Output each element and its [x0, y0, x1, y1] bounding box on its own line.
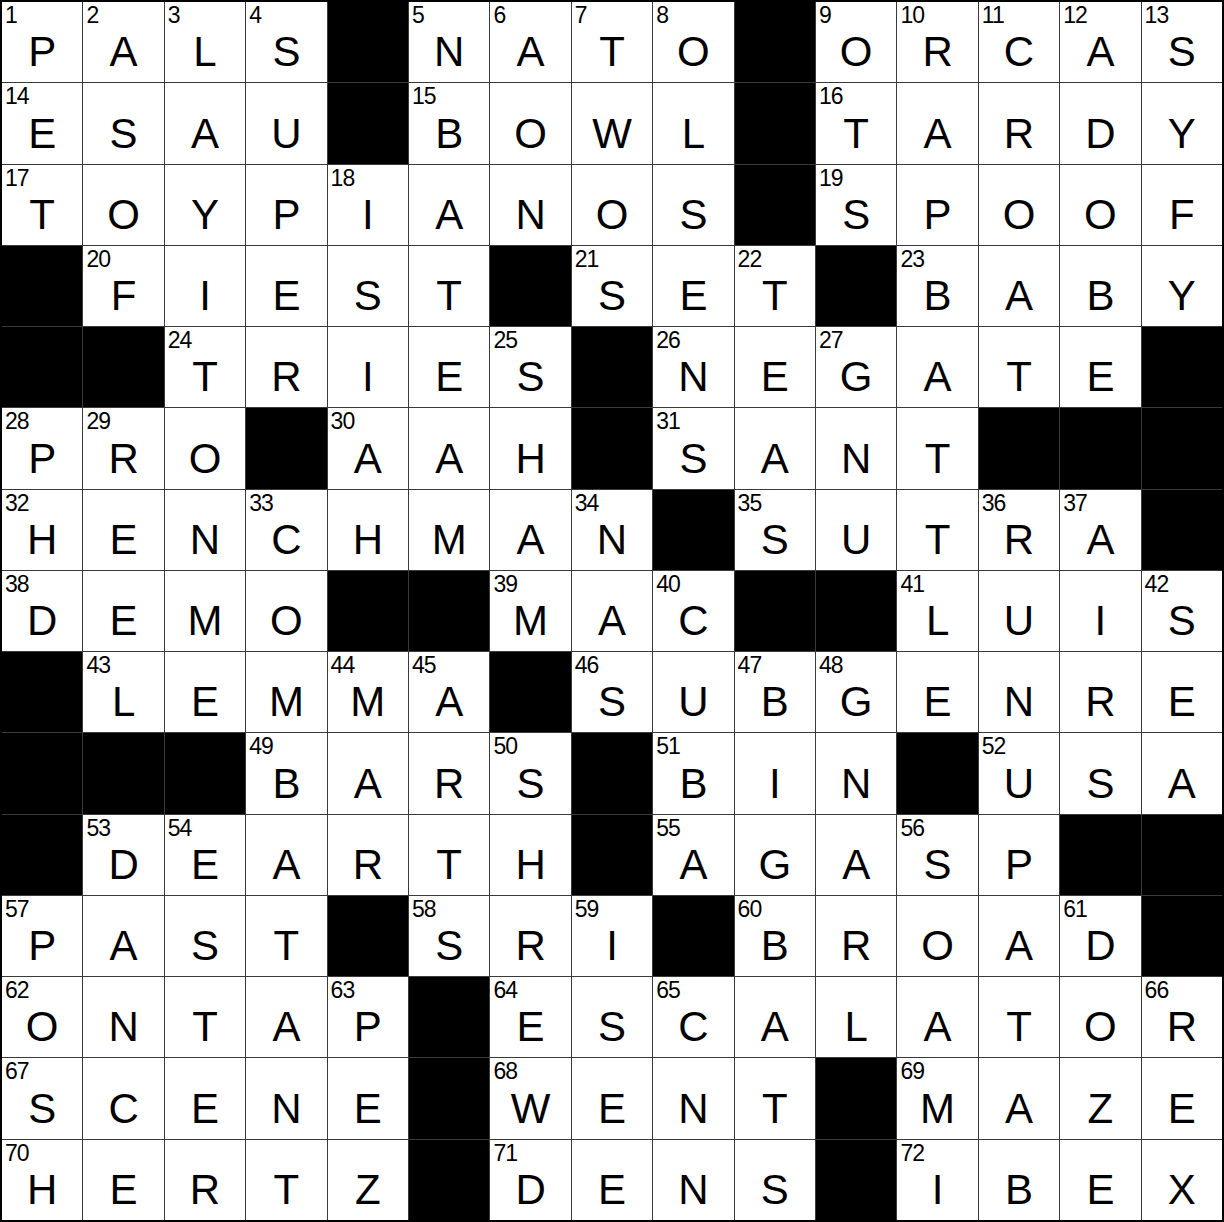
cell-r8c13[interactable]: U: [979, 571, 1059, 651]
cell-r4c4[interactable]: E: [246, 246, 326, 326]
cell-r7c5[interactable]: H: [328, 490, 408, 570]
cell-r13c11[interactable]: L: [816, 977, 896, 1057]
cell-r6c12[interactable]: T: [897, 408, 977, 488]
cell-r14c1[interactable]: 67S: [2, 1058, 82, 1138]
cell-r10c10[interactable]: I: [735, 733, 815, 813]
cell-r13c4[interactable]: A: [246, 977, 326, 1057]
black-cell: [816, 571, 896, 651]
cell-letter: A: [328, 438, 408, 480]
cell-r12c3[interactable]: S: [165, 896, 245, 976]
cell-r4c9[interactable]: E: [653, 246, 733, 326]
clue-number: 19: [819, 166, 843, 191]
cell-r5c14[interactable]: E: [1060, 327, 1140, 407]
cell-r4c13[interactable]: A: [979, 246, 1059, 326]
cell-r2c4[interactable]: U: [246, 83, 326, 163]
clue-number: 11: [982, 3, 1004, 28]
cell-letter: R: [1060, 681, 1140, 723]
cell-r9c9[interactable]: U: [653, 652, 733, 732]
cell-r6c1[interactable]: 28P: [2, 408, 82, 488]
cell-r1c11[interactable]: 9O: [816, 2, 896, 82]
cell-r3c15[interactable]: F: [1142, 165, 1222, 245]
black-cell: [328, 571, 408, 651]
cell-r4c2[interactable]: 20F: [83, 246, 163, 326]
cell-r9c3[interactable]: E: [165, 652, 245, 732]
cell-letter: A: [979, 1088, 1059, 1130]
black-cell: [409, 571, 489, 651]
cell-r15c10[interactable]: S: [735, 1140, 815, 1220]
cell-letter: R: [1142, 1006, 1222, 1048]
cell-letter: P: [2, 925, 82, 967]
cell-r2c15[interactable]: Y: [1142, 83, 1222, 163]
cell-r13c7[interactable]: 64E: [490, 977, 570, 1057]
cell-r7c8[interactable]: 34N: [572, 490, 652, 570]
black-cell: [83, 733, 163, 813]
cell-r3c11[interactable]: 19S: [816, 165, 896, 245]
cell-letter: E: [83, 1169, 163, 1211]
cell-r1c2[interactable]: 2A: [83, 2, 163, 82]
cell-r10c4[interactable]: 49B: [246, 733, 326, 813]
cell-r2c11[interactable]: 16T: [816, 83, 896, 163]
cell-r11c9[interactable]: 55A: [653, 815, 733, 895]
cell-r10c5[interactable]: A: [328, 733, 408, 813]
cell-r8c1[interactable]: 38D: [2, 571, 82, 651]
cell-r4c5[interactable]: S: [328, 246, 408, 326]
cell-r3c7[interactable]: N: [490, 165, 570, 245]
cell-letter: T: [572, 31, 652, 73]
cell-letter: O: [816, 31, 896, 73]
clue-number: 59: [575, 897, 599, 922]
black-cell: [735, 83, 815, 163]
cell-r14c12[interactable]: 69M: [897, 1058, 977, 1138]
cell-r15c8[interactable]: E: [572, 1140, 652, 1220]
cell-r6c5[interactable]: 30A: [328, 408, 408, 488]
clue-number: 52: [982, 734, 1006, 759]
cell-r8c8[interactable]: A: [572, 571, 652, 651]
cell-letter: A: [897, 356, 977, 398]
cell-letter: D: [2, 600, 82, 642]
cell-letter: S: [653, 438, 733, 480]
cell-letter: S: [328, 275, 408, 317]
cell-r13c12[interactable]: A: [897, 977, 977, 1057]
cell-letter: T: [735, 1088, 815, 1130]
cell-r1c8[interactable]: 7T: [572, 2, 652, 82]
black-cell: [490, 652, 570, 732]
cell-letter: H: [2, 1169, 82, 1211]
cell-r4c14[interactable]: B: [1060, 246, 1140, 326]
cell-r9c2[interactable]: 43L: [83, 652, 163, 732]
cell-letter: W: [490, 1088, 570, 1130]
cell-letter: S: [572, 1006, 652, 1048]
cell-letter: A: [979, 925, 1059, 967]
clue-number: 66: [1145, 978, 1169, 1003]
cell-letter: I: [897, 1169, 977, 1211]
cell-letter: R: [979, 113, 1059, 155]
cell-r4c12[interactable]: 23B: [897, 246, 977, 326]
cell-r13c2[interactable]: N: [83, 977, 163, 1057]
cell-r9c12[interactable]: E: [897, 652, 977, 732]
cell-r15c12[interactable]: 72I: [897, 1140, 977, 1220]
cell-r5c10[interactable]: E: [735, 327, 815, 407]
cell-r2c6[interactable]: 15B: [409, 83, 489, 163]
cell-r14c13[interactable]: A: [979, 1058, 1059, 1138]
cell-r13c5[interactable]: 63P: [328, 977, 408, 1057]
black-cell: [1142, 815, 1222, 895]
cell-r5c13[interactable]: T: [979, 327, 1059, 407]
cell-r14c8[interactable]: E: [572, 1058, 652, 1138]
cell-r1c7[interactable]: 6A: [490, 2, 570, 82]
cell-letter: H: [490, 844, 570, 886]
cell-letter: R: [246, 356, 326, 398]
cell-r1c15[interactable]: 13S: [1142, 2, 1222, 82]
cell-letter: N: [83, 1006, 163, 1048]
cell-letter: S: [246, 31, 326, 73]
cell-letter: M: [409, 519, 489, 561]
cell-letter: N: [816, 763, 896, 805]
black-cell: [1142, 896, 1222, 976]
cell-r6c7[interactable]: H: [490, 408, 570, 488]
black-cell: [328, 83, 408, 163]
cell-r10c14[interactable]: S: [1060, 733, 1140, 813]
cell-letter: I: [735, 763, 815, 805]
cell-letter: P: [979, 844, 1059, 886]
cell-r3c1[interactable]: 17T: [2, 165, 82, 245]
cell-r9c4[interactable]: M: [246, 652, 326, 732]
cell-letter: A: [1142, 763, 1222, 805]
cell-letter: B: [1060, 275, 1140, 317]
cell-r5c5[interactable]: I: [328, 327, 408, 407]
crossword-grid: 1P2A3L4S5N6A7T8O9O10R11C12A13S14ESAU15BO…: [0, 0, 1224, 1222]
cell-r7c1[interactable]: 32H: [2, 490, 82, 570]
cell-r7c13[interactable]: 36R: [979, 490, 1059, 570]
cell-r12c13[interactable]: A: [979, 896, 1059, 976]
cell-r9c5[interactable]: 44M: [328, 652, 408, 732]
cell-r11c10[interactable]: G: [735, 815, 815, 895]
cell-r11c12[interactable]: 56S: [897, 815, 977, 895]
cell-letter: E: [897, 681, 977, 723]
cell-r1c6[interactable]: 5N: [409, 2, 489, 82]
cell-r8c7[interactable]: 39M: [490, 571, 570, 651]
cell-r14c4[interactable]: N: [246, 1058, 326, 1138]
cell-r13c10[interactable]: A: [735, 977, 815, 1057]
cell-r3c14[interactable]: O: [1060, 165, 1140, 245]
black-cell: [1060, 408, 1140, 488]
clue-number: 10: [900, 3, 924, 28]
clue-number: 69: [900, 1059, 924, 1084]
cell-letter: A: [1060, 519, 1140, 561]
cell-letter: Y: [165, 194, 245, 236]
cell-letter: Z: [1060, 1088, 1140, 1130]
cell-r5c6[interactable]: E: [409, 327, 489, 407]
black-cell: [572, 327, 652, 407]
cell-r12c10[interactable]: 60B: [735, 896, 815, 976]
cell-letter: E: [409, 356, 489, 398]
cell-r14c2[interactable]: C: [83, 1058, 163, 1138]
cell-r9c13[interactable]: N: [979, 652, 1059, 732]
cell-letter: I: [328, 194, 408, 236]
cell-r5c3[interactable]: 24T: [165, 327, 245, 407]
cell-r15c7[interactable]: 71D: [490, 1140, 570, 1220]
cell-letter: E: [83, 600, 163, 642]
cell-r15c14[interactable]: E: [1060, 1140, 1140, 1220]
cell-r2c12[interactable]: A: [897, 83, 977, 163]
black-cell: [2, 815, 82, 895]
cell-r7c2[interactable]: E: [83, 490, 163, 570]
cell-r14c10[interactable]: T: [735, 1058, 815, 1138]
cell-r7c14[interactable]: 37A: [1060, 490, 1140, 570]
cell-r15c1[interactable]: 70H: [2, 1140, 82, 1220]
cell-letter: B: [979, 1169, 1059, 1211]
cell-letter: A: [409, 681, 489, 723]
cell-letter: M: [897, 1088, 977, 1130]
clue-number: 12: [1063, 3, 1087, 28]
cell-r1c12[interactable]: 10R: [897, 2, 977, 82]
clue-number: 57: [5, 897, 29, 922]
cell-r12c2[interactable]: A: [83, 896, 163, 976]
cell-r14c15[interactable]: E: [1142, 1058, 1222, 1138]
cell-letter: O: [2, 1006, 82, 1048]
cell-letter: A: [490, 31, 570, 73]
cell-letter: T: [979, 356, 1059, 398]
cell-letter: E: [165, 1088, 245, 1130]
cell-r6c3[interactable]: O: [165, 408, 245, 488]
clue-number: 42: [1145, 572, 1169, 597]
cell-r10c9[interactable]: 51B: [653, 733, 733, 813]
clue-number: 67: [5, 1059, 29, 1084]
cell-r12c7[interactable]: R: [490, 896, 570, 976]
cell-r2c9[interactable]: L: [653, 83, 733, 163]
cell-r6c6[interactable]: A: [409, 408, 489, 488]
cell-r11c13[interactable]: P: [979, 815, 1059, 895]
cell-r12c12[interactable]: O: [897, 896, 977, 976]
cell-r12c6[interactable]: 58S: [409, 896, 489, 976]
cell-letter: D: [1060, 113, 1140, 155]
cell-r8c9[interactable]: 40C: [653, 571, 733, 651]
cell-r5c7[interactable]: 25S: [490, 327, 570, 407]
cell-r3c5[interactable]: 18I: [328, 165, 408, 245]
cell-r3c3[interactable]: Y: [165, 165, 245, 245]
cell-r2c3[interactable]: A: [165, 83, 245, 163]
cell-r8c3[interactable]: M: [165, 571, 245, 651]
cell-r8c15[interactable]: 42S: [1142, 571, 1222, 651]
cell-r9c6[interactable]: 45A: [409, 652, 489, 732]
cell-r13c13[interactable]: T: [979, 977, 1059, 1057]
cell-r3c12[interactable]: P: [897, 165, 977, 245]
cell-r3c9[interactable]: S: [653, 165, 733, 245]
cell-r1c9[interactable]: 8O: [653, 2, 733, 82]
cell-r5c11[interactable]: 27G: [816, 327, 896, 407]
clue-number: 44: [331, 653, 355, 678]
clue-number: 36: [982, 491, 1006, 516]
cell-letter: M: [165, 600, 245, 642]
cell-r1c4[interactable]: 4S: [246, 2, 326, 82]
cell-r1c3[interactable]: 3L: [165, 2, 245, 82]
cell-letter: N: [816, 438, 896, 480]
cell-letter: O: [165, 438, 245, 480]
cell-r7c4[interactable]: 33C: [246, 490, 326, 570]
black-cell: [572, 408, 652, 488]
cell-r11c2[interactable]: 53D: [83, 815, 163, 895]
black-cell: [1142, 490, 1222, 570]
cell-r9c10[interactable]: 47B: [735, 652, 815, 732]
cell-r3c2[interactable]: O: [83, 165, 163, 245]
cell-r11c6[interactable]: T: [409, 815, 489, 895]
cell-letter: A: [83, 925, 163, 967]
cell-letter: A: [897, 113, 977, 155]
cell-letter: S: [1060, 763, 1140, 805]
cell-r12c1[interactable]: 57P: [2, 896, 82, 976]
cell-r14c7[interactable]: 68W: [490, 1058, 570, 1138]
cell-r11c4[interactable]: A: [246, 815, 326, 895]
cell-r1c1[interactable]: 1P: [2, 2, 82, 82]
cell-r4c6[interactable]: T: [409, 246, 489, 326]
cell-r2c14[interactable]: D: [1060, 83, 1140, 163]
cell-letter: E: [572, 1169, 652, 1211]
black-cell: [816, 246, 896, 326]
cell-letter: C: [246, 519, 326, 561]
cell-letter: S: [83, 113, 163, 155]
cell-r12c4[interactable]: T: [246, 896, 326, 976]
clue-number: 8: [656, 3, 668, 28]
cell-r7c3[interactable]: N: [165, 490, 245, 570]
cell-letter: E: [83, 519, 163, 561]
cell-letter: H: [490, 438, 570, 480]
cell-r6c11[interactable]: N: [816, 408, 896, 488]
cell-r3c4[interactable]: P: [246, 165, 326, 245]
clue-number: 15: [412, 84, 436, 109]
cell-letter: U: [979, 763, 1059, 805]
cell-r5c4[interactable]: R: [246, 327, 326, 407]
cell-r9c8[interactable]: 46S: [572, 652, 652, 732]
black-cell: [2, 733, 82, 813]
cell-r9c11[interactable]: 48G: [816, 652, 896, 732]
cell-r8c14[interactable]: I: [1060, 571, 1140, 651]
cell-r3c13[interactable]: O: [979, 165, 1059, 245]
cell-r12c11[interactable]: R: [816, 896, 896, 976]
cell-letter: E: [1060, 1169, 1140, 1211]
cell-r15c13[interactable]: B: [979, 1140, 1059, 1220]
cell-r3c8[interactable]: O: [572, 165, 652, 245]
cell-r11c11[interactable]: A: [816, 815, 896, 895]
cell-r14c5[interactable]: E: [328, 1058, 408, 1138]
cell-r10c13[interactable]: 52U: [979, 733, 1059, 813]
cell-r10c7[interactable]: 50S: [490, 733, 570, 813]
cell-r8c2[interactable]: E: [83, 571, 163, 651]
cell-r4c3[interactable]: I: [165, 246, 245, 326]
cell-r13c14[interactable]: O: [1060, 977, 1140, 1057]
cell-r15c3[interactable]: R: [165, 1140, 245, 1220]
cell-r15c2[interactable]: E: [83, 1140, 163, 1220]
cell-letter: S: [735, 1169, 815, 1211]
clue-number: 70: [5, 1141, 29, 1166]
cell-letter: A: [735, 1006, 815, 1048]
cell-r10c11[interactable]: N: [816, 733, 896, 813]
cell-r7c11[interactable]: U: [816, 490, 896, 570]
clue-number: 14: [5, 84, 29, 109]
cell-r10c15[interactable]: A: [1142, 733, 1222, 813]
clue-number: 13: [1145, 3, 1169, 28]
cell-r15c9[interactable]: N: [653, 1140, 733, 1220]
cell-letter: E: [490, 1006, 570, 1048]
cell-r5c9[interactable]: 26N: [653, 327, 733, 407]
cell-letter: O: [653, 31, 733, 73]
cell-r4c15[interactable]: Y: [1142, 246, 1222, 326]
cell-letter: Y: [1142, 275, 1222, 317]
cell-r9c14[interactable]: R: [1060, 652, 1140, 732]
cell-r5c12[interactable]: A: [897, 327, 977, 407]
cell-r9c15[interactable]: E: [1142, 652, 1222, 732]
cell-r13c3[interactable]: T: [165, 977, 245, 1057]
cell-r1c14[interactable]: 12A: [1060, 2, 1140, 82]
cell-r10c6[interactable]: R: [409, 733, 489, 813]
cell-r7c12[interactable]: T: [897, 490, 977, 570]
cell-letter: S: [572, 275, 652, 317]
cell-r15c15[interactable]: X: [1142, 1140, 1222, 1220]
cell-r3c6[interactable]: A: [409, 165, 489, 245]
cell-r2c1[interactable]: 14E: [2, 83, 82, 163]
clue-number: 27: [819, 328, 843, 353]
cell-letter: A: [409, 438, 489, 480]
cell-r1c13[interactable]: 11C: [979, 2, 1059, 82]
cell-r13c1[interactable]: 62O: [2, 977, 82, 1057]
cell-r11c5[interactable]: R: [328, 815, 408, 895]
cell-r6c10[interactable]: A: [735, 408, 815, 488]
cell-r14c14[interactable]: Z: [1060, 1058, 1140, 1138]
clue-number: 35: [738, 491, 762, 516]
clue-number: 22: [738, 247, 762, 272]
cell-letter: T: [165, 356, 245, 398]
cell-letter: C: [653, 600, 733, 642]
clue-number: 9: [819, 3, 831, 28]
cell-r4c8[interactable]: 21S: [572, 246, 652, 326]
cell-r7c10[interactable]: 35S: [735, 490, 815, 570]
black-cell: [409, 1140, 489, 1220]
clue-number: 34: [575, 491, 599, 516]
cell-r8c4[interactable]: O: [246, 571, 326, 651]
cell-r14c3[interactable]: E: [165, 1058, 245, 1138]
cell-letter: S: [572, 681, 652, 723]
cell-r6c9[interactable]: 31S: [653, 408, 733, 488]
cell-r13c15[interactable]: 66R: [1142, 977, 1222, 1057]
cell-r12c8[interactable]: 59I: [572, 896, 652, 976]
cell-r7c7[interactable]: A: [490, 490, 570, 570]
cell-r11c3[interactable]: 54E: [165, 815, 245, 895]
cell-r2c8[interactable]: W: [572, 83, 652, 163]
clue-number: 38: [5, 572, 29, 597]
cell-letter: P: [2, 31, 82, 73]
cell-r12c14[interactable]: 61D: [1060, 896, 1140, 976]
cell-r7c6[interactable]: M: [409, 490, 489, 570]
black-cell: [409, 977, 489, 1057]
cell-r15c5[interactable]: Z: [328, 1140, 408, 1220]
cell-r14c9[interactable]: N: [653, 1058, 733, 1138]
cell-r2c2[interactable]: S: [83, 83, 163, 163]
cell-r13c9[interactable]: 65C: [653, 977, 733, 1057]
cell-r4c10[interactable]: 22T: [735, 246, 815, 326]
cell-letter: T: [735, 275, 815, 317]
cell-letter: T: [409, 275, 489, 317]
clue-number: 47: [738, 653, 762, 678]
cell-r2c13[interactable]: R: [979, 83, 1059, 163]
cell-letter: O: [979, 194, 1059, 236]
cell-r11c7[interactable]: H: [490, 815, 570, 895]
cell-r8c12[interactable]: 41L: [897, 571, 977, 651]
cell-r13c8[interactable]: S: [572, 977, 652, 1057]
cell-r2c7[interactable]: O: [490, 83, 570, 163]
cell-letter: T: [409, 844, 489, 886]
cell-r6c2[interactable]: 29R: [83, 408, 163, 488]
cell-r15c4[interactable]: T: [246, 1140, 326, 1220]
clue-number: 48: [819, 653, 843, 678]
